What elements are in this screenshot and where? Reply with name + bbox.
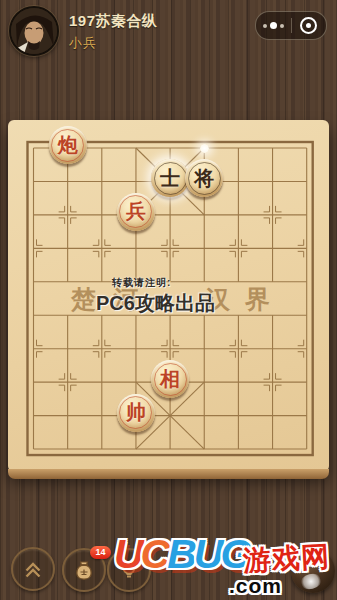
piece-glyph: 炮 — [58, 132, 78, 159]
rank-label: 小兵 — [69, 34, 97, 52]
piece-glyph: 兵 — [126, 198, 146, 225]
watermark-letter: U — [194, 531, 221, 577]
piece-glyph: 帅 — [126, 399, 146, 426]
piece-red-p[interactable]: 兵 — [117, 193, 155, 231]
hint-bag-button[interactable]: 14 — [62, 548, 106, 592]
xiangqi-puzzle-screen: 197苏秦合纵 小兵 楚 河 汉 界 炮士将兵相帅 转载请注明: PC6攻略出品 — [0, 0, 337, 600]
avatar-face — [11, 8, 57, 54]
level-title: 197苏秦合纵 — [69, 12, 158, 31]
hint-count-badge: 14 — [90, 546, 111, 559]
lamp-icon — [118, 559, 140, 581]
piece-red-c[interactable]: 炮 — [49, 126, 87, 164]
piece-glyph: 将 — [194, 165, 214, 192]
close-icon[interactable] — [292, 12, 327, 39]
chevron-up-icon — [22, 558, 44, 580]
piece-red-k[interactable]: 帅 — [117, 394, 155, 432]
piece-red-b[interactable]: 相 — [151, 360, 189, 398]
hint-button[interactable] — [107, 548, 151, 592]
watermark-letter: B — [167, 531, 194, 577]
miniprogram-capsule — [255, 11, 327, 40]
sphere-button[interactable] — [291, 549, 335, 593]
center-watermark: 转载请注明: PC6攻略出品 — [96, 276, 215, 317]
avatar[interactable] — [9, 6, 59, 56]
expand-menu-button[interactable] — [11, 547, 55, 591]
piece-glyph: 士 — [160, 165, 180, 192]
more-icon[interactable] — [256, 12, 291, 39]
watermark-domain: .com — [229, 574, 282, 598]
last-move-marker — [200, 144, 209, 153]
watermark-letter: G — [220, 531, 249, 577]
piece-glyph: 相 — [160, 366, 180, 393]
money-bag-icon — [72, 558, 96, 582]
watermark-note: 转载请注明: — [112, 276, 215, 290]
watermark-brand: PC6攻略出品 — [96, 290, 215, 317]
